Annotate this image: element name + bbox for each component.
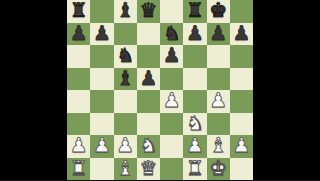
square-e4[interactable]: ♟ [160,90,183,113]
square-c1[interactable]: ♝ [114,158,137,181]
square-b7[interactable]: ♟ [90,23,113,46]
square-g8[interactable]: ♚ [207,0,230,23]
piece-white-knight: ♞ [186,113,204,133]
square-c8[interactable]: ♝ [114,0,137,23]
piece-black-queen: ♛ [139,0,157,20]
piece-white-rook: ♜ [70,158,88,178]
square-a1[interactable]: ♜ [67,158,90,181]
square-b8[interactable] [90,0,113,23]
piece-black-pawn: ♟ [93,23,111,43]
piece-white-pawn: ♟ [70,135,88,155]
square-c5[interactable]: ♝ [114,68,137,91]
square-g7[interactable]: ♟ [207,23,230,46]
piece-black-rook: ♜ [186,0,204,20]
square-h1[interactable] [230,158,253,181]
square-f1[interactable]: ♜ [183,158,206,181]
square-d1[interactable]: ♛ [137,158,160,181]
square-b2[interactable]: ♟ [90,135,113,158]
piece-black-pawn: ♟ [139,68,157,88]
piece-white-bishop: ♝ [209,135,227,155]
letterbox-left [0,0,67,180]
piece-white-pawn: ♟ [209,90,227,110]
square-b1[interactable] [90,158,113,181]
square-e7[interactable]: ♞ [160,23,183,46]
square-c3[interactable] [114,113,137,136]
square-c2[interactable]: ♟ [114,135,137,158]
piece-black-knight: ♞ [116,45,134,65]
piece-white-king: ♚ [209,158,227,178]
square-c4[interactable] [114,90,137,113]
square-a3[interactable] [67,113,90,136]
square-g3[interactable] [207,113,230,136]
square-d7[interactable] [137,23,160,46]
square-b3[interactable] [90,113,113,136]
square-e6[interactable]: ♟ [160,45,183,68]
square-h3[interactable] [230,113,253,136]
square-g1[interactable]: ♚ [207,158,230,181]
piece-white-queen: ♛ [139,158,157,178]
square-c7[interactable] [114,23,137,46]
square-b4[interactable] [90,90,113,113]
square-d4[interactable] [137,90,160,113]
square-h6[interactable] [230,45,253,68]
square-a5[interactable] [67,68,90,91]
square-d2[interactable]: ♞ [137,135,160,158]
square-g6[interactable] [207,45,230,68]
square-b6[interactable] [90,45,113,68]
square-h7[interactable]: ♟ [230,23,253,46]
square-d3[interactable] [137,113,160,136]
square-e8[interactable] [160,0,183,23]
piece-black-pawn: ♟ [163,45,181,65]
video-frame: ♜♝♛♜♚♟♟♞♟♟♟♞♟♝♟♟♟♞♟♟♟♞♟♝♟♜♝♛♜♚ [0,0,320,180]
piece-white-knight: ♞ [139,135,157,155]
square-e3[interactable] [160,113,183,136]
piece-black-pawn: ♟ [232,23,250,43]
square-f8[interactable]: ♜ [183,0,206,23]
piece-black-pawn: ♟ [209,23,227,43]
piece-white-rook: ♜ [186,158,204,178]
piece-white-bishop: ♝ [116,158,134,178]
square-f7[interactable]: ♟ [183,23,206,46]
chess-board: ♜♝♛♜♚♟♟♞♟♟♟♞♟♝♟♟♟♞♟♟♟♞♟♝♟♜♝♛♜♚ [67,0,253,180]
square-e5[interactable] [160,68,183,91]
piece-white-pawn: ♟ [93,135,111,155]
square-a7[interactable]: ♟ [67,23,90,46]
piece-black-pawn: ♟ [186,23,204,43]
square-h5[interactable] [230,68,253,91]
piece-black-knight: ♞ [163,23,181,43]
piece-white-pawn: ♟ [163,90,181,110]
piece-black-king: ♚ [209,0,227,20]
piece-black-bishop: ♝ [116,68,134,88]
square-a8[interactable]: ♜ [67,0,90,23]
square-a6[interactable] [67,45,90,68]
square-d5[interactable]: ♟ [137,68,160,91]
square-a2[interactable]: ♟ [67,135,90,158]
square-b5[interactable] [90,68,113,91]
square-f5[interactable] [183,68,206,91]
piece-black-rook: ♜ [70,0,88,20]
square-c6[interactable]: ♞ [114,45,137,68]
square-g4[interactable]: ♟ [207,90,230,113]
square-f3[interactable]: ♞ [183,113,206,136]
square-f2[interactable]: ♟ [183,135,206,158]
square-a4[interactable] [67,90,90,113]
square-d6[interactable] [137,45,160,68]
square-f4[interactable] [183,90,206,113]
letterbox-right [253,0,320,180]
piece-white-pawn: ♟ [116,135,134,155]
square-h4[interactable] [230,90,253,113]
square-g5[interactable] [207,68,230,91]
square-f6[interactable] [183,45,206,68]
square-h2[interactable]: ♟ [230,135,253,158]
piece-black-bishop: ♝ [116,0,134,20]
piece-black-pawn: ♟ [70,23,88,43]
square-d8[interactable]: ♛ [137,0,160,23]
square-e2[interactable] [160,135,183,158]
piece-white-pawn: ♟ [186,135,204,155]
square-h8[interactable] [230,0,253,23]
piece-white-pawn: ♟ [232,135,250,155]
square-e1[interactable] [160,158,183,181]
square-g2[interactable]: ♝ [207,135,230,158]
